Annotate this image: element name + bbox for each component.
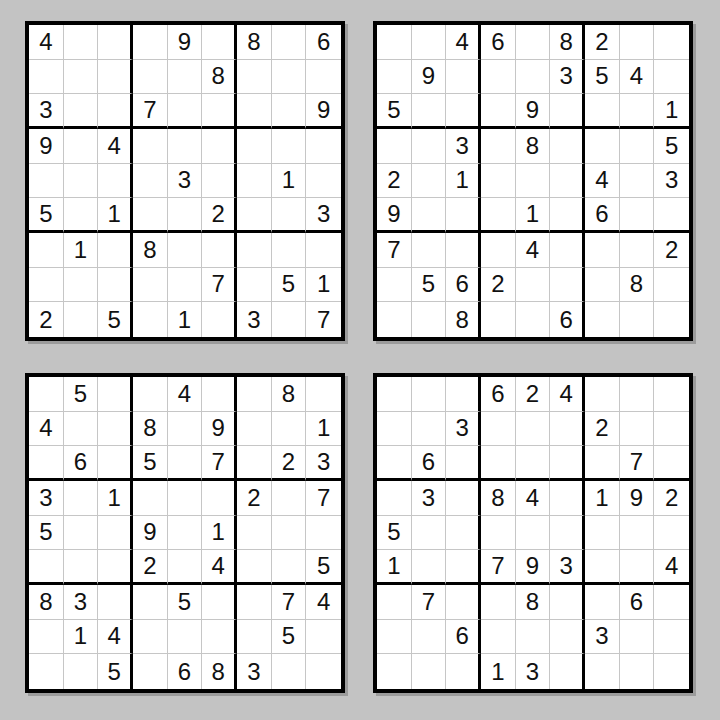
- sudoku-cell-r3c1: [29, 446, 64, 481]
- sudoku-cell-r2c1: [377, 412, 412, 447]
- sudoku-cell-r4c6: [550, 129, 585, 164]
- sudoku-cell-r2c7: [237, 60, 272, 95]
- sudoku-cell-r7c2: 1: [64, 233, 99, 268]
- sudoku-cell-r9c4: [133, 654, 168, 689]
- sudoku-cell-r1c7: 8: [237, 25, 272, 60]
- sudoku-cell-r4c8: [272, 481, 307, 516]
- sudoku-cell-r4c2: [64, 481, 99, 516]
- sudoku-cell-r6c9: 5: [306, 550, 341, 585]
- sudoku-cell-r4c7: [585, 129, 620, 164]
- sudoku-cell-r6c2: [64, 198, 99, 233]
- sudoku-cell-r3c5: [516, 446, 551, 481]
- sudoku-board-bottom-right: 62432673841925179347866313: [373, 373, 693, 693]
- sudoku-cell-r1c2: [412, 377, 447, 412]
- sudoku-cell-r4c2: [64, 129, 99, 164]
- sudoku-cell-r8c7: 3: [585, 620, 620, 655]
- sudoku-cell-r8c6: [202, 620, 237, 655]
- sudoku-cell-r7c6: [550, 585, 585, 620]
- sudoku-cell-r1c7: [585, 377, 620, 412]
- sudoku-cell-r3c3: [98, 446, 133, 481]
- sudoku-cell-r1c5: [516, 25, 551, 60]
- sudoku-cell-r9c8: [620, 302, 655, 337]
- sudoku-cell-r9c3: [446, 654, 481, 689]
- sudoku-cell-r2c7: [237, 412, 272, 447]
- sudoku-cell-r8c9: [306, 620, 341, 655]
- sudoku-cell-r1c1: 4: [29, 25, 64, 60]
- sudoku-cell-r1c6: [202, 25, 237, 60]
- sudoku-cell-r3c7: [585, 94, 620, 129]
- sudoku-cell-r3c4: 5: [133, 446, 168, 481]
- sudoku-cell-r6c6: 3: [550, 550, 585, 585]
- sudoku-cell-r1c5: 4: [168, 377, 203, 412]
- sudoku-cell-r5c1: [29, 164, 64, 199]
- sudoku-cell-r8c8: 5: [272, 268, 307, 303]
- sudoku-cell-r1c4: [133, 25, 168, 60]
- sudoku-board-bottom-left: 5484891657233127591245835741455683: [25, 373, 345, 693]
- sudoku-cell-r5c1: 5: [377, 516, 412, 551]
- sudoku-cell-r4c3: [446, 481, 481, 516]
- sudoku-cell-r4c7: 1: [585, 481, 620, 516]
- sudoku-cell-r7c9: [306, 233, 341, 268]
- sudoku-cell-r6c2: [412, 198, 447, 233]
- sudoku-cell-r5c4: [481, 516, 516, 551]
- sudoku-cell-r8c1: [29, 268, 64, 303]
- sudoku-cell-r7c9: 4: [306, 585, 341, 620]
- sudoku-cell-r5c2: [64, 516, 99, 551]
- sudoku-cell-r7c4: [481, 585, 516, 620]
- sudoku-cell-r3c8: [272, 94, 307, 129]
- sudoku-cell-r8c8: 5: [272, 620, 307, 655]
- sudoku-cell-r2c9: [306, 60, 341, 95]
- sudoku-cell-r1c9: [654, 377, 689, 412]
- sudoku-cell-r9c6: [550, 654, 585, 689]
- sudoku-cell-r2c2: 9: [412, 60, 447, 95]
- sudoku-cell-r5c3: 1: [446, 164, 481, 199]
- sudoku-cell-r4c1: [377, 481, 412, 516]
- sudoku-cell-r8c2: 5: [412, 268, 447, 303]
- sudoku-cell-r1c4: [133, 377, 168, 412]
- sudoku-cell-r9c8: [272, 654, 307, 689]
- sudoku-cell-r5c4: [481, 164, 516, 199]
- sudoku-cell-r2c3: [98, 412, 133, 447]
- sudoku-cell-r8c3: 6: [446, 268, 481, 303]
- sudoku-cell-r4c9: [306, 129, 341, 164]
- sudoku-cell-r2c1: [29, 60, 64, 95]
- sudoku-cell-r2c2: [412, 412, 447, 447]
- sudoku-cell-r8c4: [133, 620, 168, 655]
- sudoku-cell-r4c5: [168, 481, 203, 516]
- sudoku-cell-r6c1: 9: [377, 198, 412, 233]
- sudoku-cell-r9c7: 3: [237, 302, 272, 337]
- sudoku-cell-r5c7: [585, 516, 620, 551]
- sudoku-cell-r9c5: 3: [516, 654, 551, 689]
- sudoku-cell-r1c8: 8: [272, 377, 307, 412]
- sudoku-cell-r1c2: [412, 25, 447, 60]
- sudoku-cell-r5c5: [516, 164, 551, 199]
- sudoku-cell-r5c7: [237, 164, 272, 199]
- sudoku-cell-r6c9: [654, 198, 689, 233]
- sudoku-cell-r7c1: 8: [29, 585, 64, 620]
- sudoku-cell-r1c2: 5: [64, 377, 99, 412]
- sudoku-cell-r5c9: [654, 516, 689, 551]
- sudoku-cell-r7c8: 6: [620, 585, 655, 620]
- sudoku-cell-r5c8: [620, 516, 655, 551]
- sudoku-cell-r8c5: [516, 620, 551, 655]
- sudoku-cell-r5c6: [550, 164, 585, 199]
- sudoku-cell-r4c5: 8: [516, 129, 551, 164]
- sudoku-cell-r3c6: [550, 446, 585, 481]
- sudoku-cell-r3c3: [98, 94, 133, 129]
- sudoku-cell-r7c9: [654, 585, 689, 620]
- sudoku-cell-r3c6: 7: [202, 446, 237, 481]
- sudoku-cell-r1c8: [620, 377, 655, 412]
- sudoku-cell-r4c4: [133, 129, 168, 164]
- sudoku-cell-r2c8: [620, 412, 655, 447]
- sudoku-cell-r1c1: [377, 377, 412, 412]
- sudoku-cell-r9c1: [29, 654, 64, 689]
- sudoku-cell-r4c1: 9: [29, 129, 64, 164]
- sudoku-cell-r2c9: [654, 412, 689, 447]
- sudoku-cell-r9c1: [377, 654, 412, 689]
- sudoku-cell-r6c3: [446, 198, 481, 233]
- sudoku-cell-r8c4: [133, 268, 168, 303]
- sudoku-board-top-left: 49868379943151231875125137: [25, 21, 345, 341]
- sudoku-cell-r6c3: [98, 550, 133, 585]
- sudoku-cell-r3c4: [481, 94, 516, 129]
- sudoku-cell-r1c1: [377, 25, 412, 60]
- sudoku-cell-r1c4: 6: [481, 377, 516, 412]
- sudoku-cell-r6c3: 1: [98, 198, 133, 233]
- sudoku-cell-r9c9: [654, 654, 689, 689]
- sudoku-cell-r3c2: 6: [64, 446, 99, 481]
- sudoku-cell-r7c4: [481, 233, 516, 268]
- sudoku-cell-r6c6: [550, 198, 585, 233]
- sudoku-cell-r4c6: [202, 481, 237, 516]
- sudoku-cell-r8c3: [98, 268, 133, 303]
- sudoku-cell-r1c8: [272, 25, 307, 60]
- puzzle-page: 49868379943151231875125137 4682935459138…: [0, 0, 720, 720]
- sudoku-cell-r3c9: [654, 446, 689, 481]
- sudoku-cell-r6c7: 6: [585, 198, 620, 233]
- sudoku-cell-r9c3: 5: [98, 654, 133, 689]
- sudoku-cell-r3c1: 5: [377, 94, 412, 129]
- sudoku-cell-r8c9: [654, 620, 689, 655]
- sudoku-cell-r6c7: [237, 198, 272, 233]
- sudoku-cell-r8c1: [377, 268, 412, 303]
- sudoku-cell-r7c5: [168, 233, 203, 268]
- sudoku-cell-r7c4: 8: [133, 233, 168, 268]
- sudoku-cell-r8c2: [412, 620, 447, 655]
- sudoku-cell-r9c9: 7: [306, 302, 341, 337]
- sudoku-cell-r7c2: [412, 233, 447, 268]
- sudoku-cell-r8c8: 8: [620, 268, 655, 303]
- sudoku-cell-r8c7: [585, 268, 620, 303]
- sudoku-cell-r2c4: [481, 412, 516, 447]
- sudoku-cell-r7c1: [29, 233, 64, 268]
- sudoku-cell-r1c6: 8: [550, 25, 585, 60]
- sudoku-cell-r5c2: [64, 164, 99, 199]
- sudoku-cell-r5c8: [620, 164, 655, 199]
- sudoku-cell-r9c6: 6: [550, 302, 585, 337]
- sudoku-cell-r8c5: [168, 620, 203, 655]
- sudoku-cell-r3c7: [237, 446, 272, 481]
- sudoku-cell-r1c3: [98, 377, 133, 412]
- sudoku-cell-r3c8: [620, 94, 655, 129]
- sudoku-cell-r9c8: [272, 302, 307, 337]
- sudoku-cell-r2c8: [272, 412, 307, 447]
- sudoku-cell-r5c6: [550, 516, 585, 551]
- sudoku-cell-r6c8: [620, 550, 655, 585]
- sudoku-cell-r4c4: 8: [481, 481, 516, 516]
- sudoku-cell-r4c6: [202, 129, 237, 164]
- sudoku-cell-r5c9: [306, 164, 341, 199]
- sudoku-cell-r9c5: 1: [168, 302, 203, 337]
- sudoku-cell-r3c2: [412, 94, 447, 129]
- sudoku-cell-r9c5: 6: [168, 654, 203, 689]
- sudoku-cell-r6c5: [168, 198, 203, 233]
- sudoku-cell-r7c7: [585, 233, 620, 268]
- sudoku-cell-r6c7: [237, 550, 272, 585]
- sudoku-cell-r2c6: 8: [202, 60, 237, 95]
- sudoku-cell-r5c9: [306, 516, 341, 551]
- sudoku-cell-r7c6: [550, 233, 585, 268]
- sudoku-cell-r3c9: 1: [654, 94, 689, 129]
- sudoku-cell-r5c8: 1: [272, 164, 307, 199]
- sudoku-cell-r7c7: [585, 585, 620, 620]
- sudoku-cell-r8c7: [237, 268, 272, 303]
- sudoku-cell-r5c9: 3: [654, 164, 689, 199]
- sudoku-cell-r6c4: [133, 198, 168, 233]
- sudoku-cell-r5c1: 2: [377, 164, 412, 199]
- sudoku-cell-r7c1: [377, 585, 412, 620]
- sudoku-cell-r1c4: 6: [481, 25, 516, 60]
- sudoku-cell-r2c5: [516, 60, 551, 95]
- sudoku-cell-r7c7: [237, 585, 272, 620]
- sudoku-cell-r2c3: [446, 60, 481, 95]
- sudoku-cell-r2c8: [272, 60, 307, 95]
- sudoku-cell-r5c4: 9: [133, 516, 168, 551]
- sudoku-cell-r2c1: 4: [29, 412, 64, 447]
- sudoku-cell-r5c3: [446, 516, 481, 551]
- sudoku-cell-r8c4: 2: [481, 268, 516, 303]
- sudoku-cell-r9c7: [585, 302, 620, 337]
- sudoku-cell-r5c6: [202, 164, 237, 199]
- sudoku-cell-r2c6: 3: [550, 60, 585, 95]
- sudoku-cell-r2c9: 1: [306, 412, 341, 447]
- sudoku-cell-r9c2: [412, 654, 447, 689]
- sudoku-cell-r5c8: [272, 516, 307, 551]
- sudoku-cell-r6c5: [168, 550, 203, 585]
- sudoku-cell-r3c7: [237, 94, 272, 129]
- sudoku-cell-r2c7: 5: [585, 60, 620, 95]
- sudoku-cell-r8c6: [550, 268, 585, 303]
- sudoku-cell-r6c9: 4: [654, 550, 689, 585]
- sudoku-cell-r3c1: [377, 446, 412, 481]
- sudoku-cell-r2c8: 4: [620, 60, 655, 95]
- sudoku-cell-r6c1: 5: [29, 198, 64, 233]
- sudoku-cell-r4c9: 5: [654, 129, 689, 164]
- sudoku-cell-r5c1: 5: [29, 516, 64, 551]
- sudoku-cell-r9c6: [202, 302, 237, 337]
- sudoku-cell-r3c5: 9: [516, 94, 551, 129]
- sudoku-cell-r4c7: 2: [237, 481, 272, 516]
- sudoku-cell-r8c2: 1: [64, 620, 99, 655]
- sudoku-cell-r1c3: [446, 377, 481, 412]
- sudoku-cell-r2c4: [133, 60, 168, 95]
- sudoku-cell-r1c9: [654, 25, 689, 60]
- sudoku-cell-r4c8: [272, 129, 307, 164]
- sudoku-cell-r9c6: 8: [202, 654, 237, 689]
- sudoku-cell-r7c5: 8: [516, 585, 551, 620]
- sudoku-cell-r3c5: [168, 94, 203, 129]
- sudoku-cell-r9c3: 8: [446, 302, 481, 337]
- sudoku-cell-r6c4: [481, 198, 516, 233]
- sudoku-cell-r7c2: 7: [412, 585, 447, 620]
- sudoku-cell-r2c9: [654, 60, 689, 95]
- sudoku-cell-r6c7: [585, 550, 620, 585]
- sudoku-cell-r3c2: 6: [412, 446, 447, 481]
- sudoku-cell-r2c2: [64, 412, 99, 447]
- sudoku-cell-r8c5: [516, 268, 551, 303]
- sudoku-cell-r9c7: [585, 654, 620, 689]
- sudoku-cell-r6c1: 1: [377, 550, 412, 585]
- sudoku-cell-r1c9: 6: [306, 25, 341, 60]
- sudoku-cell-r5c7: 4: [585, 164, 620, 199]
- sudoku-cell-r7c3: [98, 585, 133, 620]
- sudoku-cell-r5c4: [133, 164, 168, 199]
- sudoku-cell-r8c3: 4: [98, 620, 133, 655]
- sudoku-cell-r3c7: [585, 446, 620, 481]
- sudoku-cell-r6c6: 4: [202, 550, 237, 585]
- sudoku-cell-r1c7: 2: [585, 25, 620, 60]
- sudoku-cell-r9c1: 2: [29, 302, 64, 337]
- sudoku-cell-r3c5: [168, 446, 203, 481]
- sudoku-cell-r2c3: 3: [446, 412, 481, 447]
- sudoku-cell-r6c8: [620, 198, 655, 233]
- sudoku-cell-r3c2: [64, 94, 99, 129]
- sudoku-cell-r8c8: [620, 620, 655, 655]
- sudoku-cell-r2c7: 2: [585, 412, 620, 447]
- sudoku-cell-r4c7: [237, 129, 272, 164]
- sudoku-cell-r7c3: [98, 233, 133, 268]
- sudoku-cell-r6c1: [29, 550, 64, 585]
- sudoku-cell-r7c3: [446, 233, 481, 268]
- sudoku-cell-r4c1: 3: [29, 481, 64, 516]
- sudoku-cell-r5c6: 1: [202, 516, 237, 551]
- sudoku-cell-r9c1: [377, 302, 412, 337]
- sudoku-cell-r9c9: [306, 654, 341, 689]
- sudoku-cell-r2c5: [168, 412, 203, 447]
- sudoku-cell-r6c8: [272, 550, 307, 585]
- sudoku-cell-r9c2: [64, 302, 99, 337]
- sudoku-cell-r8c3: 6: [446, 620, 481, 655]
- sudoku-cell-r7c7: [237, 233, 272, 268]
- sudoku-cell-r3c1: 3: [29, 94, 64, 129]
- sudoku-cell-r3c6: [550, 94, 585, 129]
- sudoku-cell-r1c7: [237, 377, 272, 412]
- sudoku-board-top-right: 468293545913852143916742562886: [373, 21, 693, 341]
- sudoku-cell-r9c8: [620, 654, 655, 689]
- sudoku-cell-r1c9: [306, 377, 341, 412]
- sudoku-cell-r1c5: 9: [168, 25, 203, 60]
- sudoku-cell-r9c4: 1: [481, 654, 516, 689]
- sudoku-cell-r2c1: [377, 60, 412, 95]
- sudoku-cell-r3c3: [446, 94, 481, 129]
- sudoku-cell-r5c5: 3: [168, 164, 203, 199]
- sudoku-cell-r3c9: 9: [306, 94, 341, 129]
- sudoku-cell-r8c6: 7: [202, 268, 237, 303]
- sudoku-cell-r6c5: 9: [516, 550, 551, 585]
- sudoku-cell-r8c9: 1: [306, 268, 341, 303]
- sudoku-cell-r5c5: [168, 516, 203, 551]
- sudoku-cell-r1c3: 4: [446, 25, 481, 60]
- sudoku-cell-r7c6: [202, 233, 237, 268]
- sudoku-cell-r4c3: 1: [98, 481, 133, 516]
- sudoku-cell-r1c5: 2: [516, 377, 551, 412]
- sudoku-cell-r1c6: [202, 377, 237, 412]
- sudoku-cell-r8c2: [64, 268, 99, 303]
- sudoku-cell-r6c6: 2: [202, 198, 237, 233]
- sudoku-cell-r4c1: [377, 129, 412, 164]
- sudoku-cell-r2c2: [64, 60, 99, 95]
- sudoku-cell-r4c2: [412, 129, 447, 164]
- sudoku-cell-r7c5: 5: [168, 585, 203, 620]
- sudoku-cell-r4c4: [481, 129, 516, 164]
- sudoku-cell-r3c4: 7: [133, 94, 168, 129]
- sudoku-cell-r2c6: [550, 412, 585, 447]
- sudoku-cell-r1c3: [98, 25, 133, 60]
- sudoku-cell-r2c5: [168, 60, 203, 95]
- sudoku-cell-r5c2: [412, 164, 447, 199]
- sudoku-cell-r3c6: [202, 94, 237, 129]
- sudoku-cell-r1c2: [64, 25, 99, 60]
- sudoku-cell-r7c8: 7: [272, 585, 307, 620]
- sudoku-cell-r2c4: [481, 60, 516, 95]
- sudoku-cell-r6c4: 7: [481, 550, 516, 585]
- sudoku-cell-r7c8: [620, 233, 655, 268]
- sudoku-cell-r7c1: 7: [377, 233, 412, 268]
- sudoku-cell-r3c8: 2: [272, 446, 307, 481]
- sudoku-cell-r4c2: 3: [412, 481, 447, 516]
- sudoku-cell-r3c4: [481, 446, 516, 481]
- sudoku-cell-r4c9: 7: [306, 481, 341, 516]
- sudoku-cell-r1c1: [29, 377, 64, 412]
- sudoku-cell-r2c4: 8: [133, 412, 168, 447]
- sudoku-cell-r7c4: [133, 585, 168, 620]
- sudoku-cell-r4c4: [133, 481, 168, 516]
- sudoku-cell-r4c3: 3: [446, 129, 481, 164]
- sudoku-cell-r7c5: 4: [516, 233, 551, 268]
- sudoku-cell-r3c3: [446, 446, 481, 481]
- sudoku-cell-r6c2: [412, 550, 447, 585]
- sudoku-cell-r1c6: 4: [550, 377, 585, 412]
- sudoku-cell-r8c1: [29, 620, 64, 655]
- sudoku-cell-r1c8: [620, 25, 655, 60]
- sudoku-cell-r6c2: [64, 550, 99, 585]
- sudoku-cell-r4c3: 4: [98, 129, 133, 164]
- sudoku-cell-r5c3: [98, 516, 133, 551]
- sudoku-cell-r8c6: [550, 620, 585, 655]
- sudoku-cell-r6c9: 3: [306, 198, 341, 233]
- sudoku-cell-r6c5: 1: [516, 198, 551, 233]
- sudoku-cell-r2c5: [516, 412, 551, 447]
- sudoku-cell-r3c8: 7: [620, 446, 655, 481]
- sudoku-cell-r9c3: 5: [98, 302, 133, 337]
- sudoku-cell-r7c6: [202, 585, 237, 620]
- sudoku-cell-r2c3: [98, 60, 133, 95]
- sudoku-cell-r9c7: 3: [237, 654, 272, 689]
- sudoku-cell-r9c4: [133, 302, 168, 337]
